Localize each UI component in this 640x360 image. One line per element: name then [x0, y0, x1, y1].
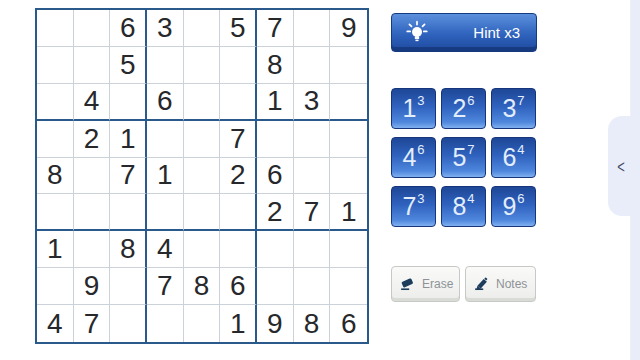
cell-r6c6[interactable] [220, 194, 257, 231]
cell-r3c2[interactable]: 4 [74, 84, 111, 121]
cell-r5c8[interactable] [294, 158, 331, 195]
cell-r2c1[interactable] [37, 47, 74, 84]
cell-r4c2[interactable]: 2 [74, 121, 111, 158]
pencil-icon [473, 276, 490, 293]
cell-r8c9[interactable] [330, 268, 367, 305]
cell-r1c5[interactable] [184, 10, 221, 47]
numpad-remaining-count: 6 [517, 192, 524, 205]
cell-r6c7[interactable]: 2 [257, 194, 294, 231]
cell-r2c9[interactable] [330, 47, 367, 84]
cell-r8c6[interactable]: 6 [220, 268, 257, 305]
numpad-digit: 9 [502, 194, 516, 219]
cell-r5c9[interactable] [330, 158, 367, 195]
cell-r8c4[interactable]: 7 [147, 268, 184, 305]
cell-r4c1[interactable] [37, 121, 74, 158]
cell-r4c5[interactable] [184, 121, 221, 158]
cell-r7c5[interactable] [184, 231, 221, 268]
cell-r7c9[interactable] [330, 231, 367, 268]
hint-button[interactable]: Hint x3 [391, 13, 537, 52]
cell-r2c6[interactable] [220, 47, 257, 84]
cell-r7c7[interactable] [257, 231, 294, 268]
cell-r9c2[interactable]: 7 [74, 305, 111, 342]
cell-r9c4[interactable] [147, 305, 184, 342]
cell-r5c3[interactable]: 7 [110, 158, 147, 195]
cell-r3c9[interactable] [330, 84, 367, 121]
numpad-key-9[interactable]: 96 [491, 186, 536, 227]
notes-label: Notes [496, 277, 527, 291]
numpad-digit: 3 [502, 96, 516, 121]
cell-r7c2[interactable] [74, 231, 111, 268]
cell-r7c3[interactable]: 8 [110, 231, 147, 268]
cell-r1c1[interactable] [37, 10, 74, 47]
lightbulb-icon [404, 20, 430, 46]
chevron-left-icon: < [617, 156, 625, 176]
numpad-key-7[interactable]: 73 [391, 186, 436, 227]
cell-r8c2[interactable]: 9 [74, 268, 111, 305]
numpad-digit: 2 [452, 96, 466, 121]
numpad-key-4[interactable]: 46 [391, 137, 436, 178]
cell-r1c8[interactable] [294, 10, 331, 47]
cell-r4c6[interactable]: 7 [220, 121, 257, 158]
cell-r8c1[interactable] [37, 268, 74, 305]
cell-r4c3[interactable]: 1 [110, 121, 147, 158]
cell-r4c8[interactable] [294, 121, 331, 158]
numpad-key-3[interactable]: 37 [491, 88, 536, 129]
cell-r3c5[interactable] [184, 84, 221, 121]
cell-r8c5[interactable]: 8 [184, 268, 221, 305]
cell-r9c8[interactable]: 8 [294, 305, 331, 342]
cell-r8c7[interactable] [257, 268, 294, 305]
numpad-key-5[interactable]: 57 [441, 137, 486, 178]
cell-r7c4[interactable]: 4 [147, 231, 184, 268]
numpad-digit: 4 [402, 145, 416, 170]
numpad-key-1[interactable]: 13 [391, 88, 436, 129]
cell-r9c9[interactable]: 6 [330, 305, 367, 342]
numpad-digit: 6 [502, 145, 516, 170]
numpad-digit: 5 [452, 145, 466, 170]
cell-r8c8[interactable] [294, 268, 331, 305]
cell-r6c4[interactable] [147, 194, 184, 231]
cell-r5c6[interactable]: 2 [220, 158, 257, 195]
cell-r4c7[interactable] [257, 121, 294, 158]
cell-r8c3[interactable] [110, 268, 147, 305]
cell-r6c1[interactable] [37, 194, 74, 231]
cell-r2c4[interactable] [147, 47, 184, 84]
cell-r5c2[interactable] [74, 158, 111, 195]
cell-r7c8[interactable] [294, 231, 331, 268]
cell-r6c2[interactable] [74, 194, 111, 231]
numpad-digit: 8 [452, 194, 466, 219]
cell-r6c3[interactable] [110, 194, 147, 231]
cell-r2c2[interactable] [74, 47, 111, 84]
cell-r3c8[interactable]: 3 [294, 84, 331, 121]
cell-r9c6[interactable]: 1 [220, 305, 257, 342]
cell-r1c2[interactable] [74, 10, 111, 47]
numpad-remaining-count: 6 [417, 143, 424, 156]
eraser-icon [399, 276, 416, 293]
cell-r1c3[interactable]: 6 [110, 10, 147, 47]
side-panel-toggle[interactable]: < [608, 116, 634, 216]
cell-r1c9[interactable]: 9 [330, 10, 367, 47]
numpad-remaining-count: 7 [467, 143, 474, 156]
cell-r9c5[interactable] [184, 305, 221, 342]
numpad-remaining-count: 3 [417, 192, 424, 205]
sudoku-app: 63579584613217871262711849786471986 Hint… [0, 0, 640, 360]
cell-r9c3[interactable] [110, 305, 147, 342]
cell-r1c6[interactable]: 5 [220, 10, 257, 47]
cell-r6c9[interactable]: 1 [330, 194, 367, 231]
cell-r1c7[interactable]: 7 [257, 10, 294, 47]
cell-r9c7[interactable]: 9 [257, 305, 294, 342]
numpad-remaining-count: 6 [467, 94, 474, 107]
cell-r5c1[interactable]: 8 [37, 158, 74, 195]
notes-button[interactable]: Notes [465, 266, 536, 302]
cell-r5c5[interactable] [184, 158, 221, 195]
cell-r3c1[interactable] [37, 84, 74, 121]
cell-r1c4[interactable]: 3 [147, 10, 184, 47]
erase-label: Erase [422, 277, 453, 291]
cell-r3c7[interactable]: 1 [257, 84, 294, 121]
erase-button[interactable]: Erase [391, 266, 460, 302]
cell-r5c7[interactable]: 6 [257, 158, 294, 195]
cell-r2c3[interactable]: 5 [110, 47, 147, 84]
cell-r2c5[interactable] [184, 47, 221, 84]
cell-r2c8[interactable] [294, 47, 331, 84]
cell-r4c4[interactable] [147, 121, 184, 158]
numpad-digit: 7 [402, 194, 416, 219]
cell-r2c7[interactable]: 8 [257, 47, 294, 84]
hint-label: Hint x3 [473, 24, 520, 41]
cell-r3c6[interactable] [220, 84, 257, 121]
cell-r3c4[interactable]: 6 [147, 84, 184, 121]
cell-r7c6[interactable] [220, 231, 257, 268]
numpad-key-2[interactable]: 26 [441, 88, 486, 129]
numpad-remaining-count: 7 [517, 94, 524, 107]
sudoku-board: 63579584613217871262711849786471986 [35, 8, 369, 344]
cell-r4c9[interactable] [330, 121, 367, 158]
cell-r7c1[interactable]: 1 [37, 231, 74, 268]
numpad-key-6[interactable]: 64 [491, 137, 536, 178]
cell-r6c8[interactable]: 7 [294, 194, 331, 231]
numpad-remaining-count: 4 [467, 192, 474, 205]
cell-r5c4[interactable]: 1 [147, 158, 184, 195]
cell-r3c3[interactable] [110, 84, 147, 121]
numpad-remaining-count: 4 [517, 143, 524, 156]
numpad-remaining-count: 3 [417, 94, 424, 107]
numpad-digit: 1 [402, 96, 416, 121]
numpad-key-8[interactable]: 84 [441, 186, 486, 227]
cell-r6c5[interactable] [184, 194, 221, 231]
number-pad: 132637465764738496 [391, 88, 536, 227]
cell-r9c1[interactable]: 4 [37, 305, 74, 342]
